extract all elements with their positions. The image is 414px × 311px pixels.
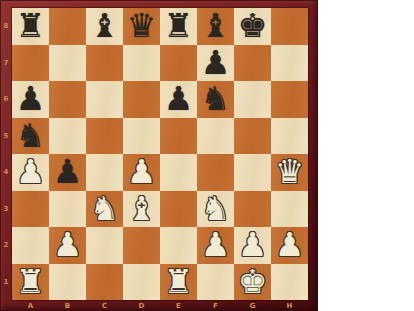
piece-white-pawn[interactable]: ♟ (16, 154, 46, 191)
piece-white-rook[interactable]: ♜ (16, 264, 46, 301)
file-label-c: C (86, 300, 123, 311)
square-h1[interactable] (271, 264, 308, 301)
square-d7[interactable] (123, 45, 160, 82)
piece-white-pawn[interactable]: ♟ (127, 154, 157, 191)
square-a8[interactable]: ♜ (12, 8, 49, 45)
square-b2[interactable]: ♟ (49, 227, 86, 264)
square-d4[interactable]: ♟ (123, 154, 160, 191)
square-a1[interactable]: ♜ (12, 264, 49, 301)
square-e8[interactable]: ♜ (160, 8, 197, 45)
piece-black-rook[interactable]: ♜ (164, 8, 194, 45)
square-e3[interactable] (160, 191, 197, 228)
square-c7[interactable] (86, 45, 123, 82)
square-b6[interactable] (49, 81, 86, 118)
piece-black-king[interactable]: ♚ (238, 8, 268, 45)
piece-white-king[interactable]: ♚ (238, 264, 268, 301)
square-g4[interactable] (234, 154, 271, 191)
square-b8[interactable] (49, 8, 86, 45)
piece-white-pawn[interactable]: ♟ (275, 227, 305, 264)
square-a3[interactable] (12, 191, 49, 228)
square-c6[interactable] (86, 81, 123, 118)
piece-black-rook[interactable]: ♜ (16, 8, 46, 45)
file-label-h: H (271, 300, 308, 311)
rank-label-4: 4 (0, 154, 12, 191)
square-c8[interactable]: ♝ (86, 8, 123, 45)
square-b5[interactable] (49, 118, 86, 155)
square-g8[interactable]: ♚ (234, 8, 271, 45)
file-label-d: D (123, 300, 160, 311)
piece-black-pawn[interactable]: ♟ (53, 154, 83, 191)
piece-white-pawn[interactable]: ♟ (201, 227, 231, 264)
rank-label-3: 3 (0, 191, 12, 228)
square-d2[interactable] (123, 227, 160, 264)
rank-label-6: 6 (0, 81, 12, 118)
piece-black-queen[interactable]: ♛ (127, 8, 157, 45)
square-c3[interactable]: ♞ (86, 191, 123, 228)
square-e5[interactable] (160, 118, 197, 155)
piece-white-bishop[interactable]: ♝ (127, 191, 157, 228)
square-f6[interactable]: ♞ (197, 81, 234, 118)
square-b3[interactable] (49, 191, 86, 228)
square-b4[interactable]: ♟ (49, 154, 86, 191)
rank-label-1: 1 (0, 264, 12, 301)
chess-board: ♜♝♛♜♝♚♟♟♟♞♞♟♟♟♛♞♝♞♟♟♟♟♜♜♚ (12, 8, 308, 300)
square-a7[interactable] (12, 45, 49, 82)
rank-label-5: 5 (0, 118, 12, 155)
square-c5[interactable] (86, 118, 123, 155)
square-c4[interactable] (86, 154, 123, 191)
square-h6[interactable] (271, 81, 308, 118)
file-label-e: E (160, 300, 197, 311)
piece-white-queen[interactable]: ♛ (275, 154, 305, 191)
piece-white-pawn[interactable]: ♟ (53, 227, 83, 264)
square-h2[interactable]: ♟ (271, 227, 308, 264)
square-e4[interactable] (160, 154, 197, 191)
file-label-g: G (234, 300, 271, 311)
square-c2[interactable] (86, 227, 123, 264)
square-e2[interactable] (160, 227, 197, 264)
square-g2[interactable]: ♟ (234, 227, 271, 264)
screenshot-root: 87654321 ABCDEFGH ♜♝♛♜♝♚♟♟♟♞♞♟♟♟♛♞♝♞♟♟♟♟… (0, 0, 414, 311)
square-e6[interactable]: ♟ (160, 81, 197, 118)
piece-black-bishop[interactable]: ♝ (201, 8, 231, 45)
square-a2[interactable] (12, 227, 49, 264)
piece-white-knight[interactable]: ♞ (90, 191, 120, 228)
file-label-f: F (197, 300, 234, 311)
square-a4[interactable]: ♟ (12, 154, 49, 191)
square-e7[interactable] (160, 45, 197, 82)
square-g7[interactable] (234, 45, 271, 82)
piece-white-pawn[interactable]: ♟ (238, 227, 268, 264)
rank-label-2: 2 (0, 227, 12, 264)
piece-white-rook[interactable]: ♜ (164, 264, 194, 301)
piece-white-knight[interactable]: ♞ (201, 191, 231, 228)
square-g6[interactable] (234, 81, 271, 118)
square-f2[interactable]: ♟ (197, 227, 234, 264)
square-f3[interactable]: ♞ (197, 191, 234, 228)
square-f4[interactable] (197, 154, 234, 191)
piece-black-knight[interactable]: ♞ (201, 81, 231, 118)
square-g1[interactable]: ♚ (234, 264, 271, 301)
piece-black-knight[interactable]: ♞ (16, 118, 46, 155)
square-f8[interactable]: ♝ (197, 8, 234, 45)
square-g3[interactable] (234, 191, 271, 228)
square-h5[interactable] (271, 118, 308, 155)
file-label-a: A (12, 300, 49, 311)
piece-black-bishop[interactable]: ♝ (90, 8, 120, 45)
square-d5[interactable] (123, 118, 160, 155)
square-f7[interactable]: ♟ (197, 45, 234, 82)
piece-black-pawn[interactable]: ♟ (164, 81, 194, 118)
piece-black-pawn[interactable]: ♟ (201, 45, 231, 82)
square-c1[interactable] (86, 264, 123, 301)
rank-labels: 87654321 (0, 8, 12, 300)
square-d6[interactable] (123, 81, 160, 118)
file-labels: ABCDEFGH (12, 300, 308, 311)
square-g5[interactable] (234, 118, 271, 155)
square-b1[interactable] (49, 264, 86, 301)
square-h8[interactable] (271, 8, 308, 45)
square-a6[interactable]: ♟ (12, 81, 49, 118)
square-h4[interactable]: ♛ (271, 154, 308, 191)
square-a5[interactable]: ♞ (12, 118, 49, 155)
piece-black-pawn[interactable]: ♟ (16, 81, 46, 118)
square-h7[interactable] (271, 45, 308, 82)
board-frame: 87654321 ABCDEFGH ♜♝♛♜♝♚♟♟♟♞♞♟♟♟♛♞♝♞♟♟♟♟… (0, 0, 318, 311)
file-label-b: B (49, 300, 86, 311)
square-d3[interactable]: ♝ (123, 191, 160, 228)
rank-label-8: 8 (0, 8, 12, 45)
square-e1[interactable]: ♜ (160, 264, 197, 301)
square-d1[interactable] (123, 264, 160, 301)
rank-label-7: 7 (0, 45, 12, 82)
square-b7[interactable] (49, 45, 86, 82)
square-f1[interactable] (197, 264, 234, 301)
square-h3[interactable] (271, 191, 308, 228)
square-d8[interactable]: ♛ (123, 8, 160, 45)
square-f5[interactable] (197, 118, 234, 155)
